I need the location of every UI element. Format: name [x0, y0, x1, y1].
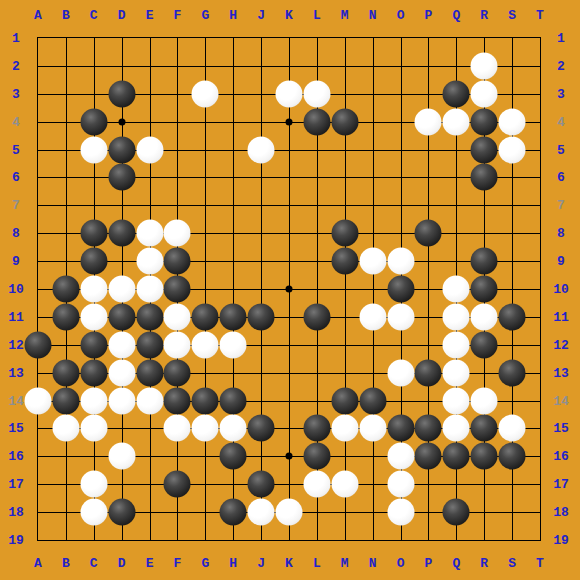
black-stone — [303, 415, 330, 442]
white-stone — [499, 136, 526, 163]
row-label: 19 — [553, 534, 569, 547]
column-label: Q — [452, 557, 460, 570]
white-stone — [443, 108, 470, 135]
black-stone — [415, 359, 442, 386]
row-label: 3 — [12, 87, 20, 100]
column-label: J — [257, 557, 265, 570]
white-stone — [387, 443, 414, 470]
white-stone — [471, 387, 498, 414]
white-stone — [25, 387, 52, 414]
column-label: D — [118, 557, 126, 570]
white-stone — [80, 303, 107, 330]
white-stone — [136, 136, 163, 163]
black-stone — [387, 415, 414, 442]
row-label: 13 — [553, 366, 569, 379]
black-stone — [471, 108, 498, 135]
column-label: G — [201, 9, 209, 22]
row-label: 1 — [12, 32, 20, 45]
black-stone — [415, 220, 442, 247]
star-point — [286, 453, 293, 460]
row-label: 3 — [557, 87, 565, 100]
black-stone — [220, 387, 247, 414]
white-stone — [331, 415, 358, 442]
white-stone — [108, 276, 135, 303]
black-stone — [220, 443, 247, 470]
row-label: 2 — [12, 59, 20, 72]
row-label: 12 — [8, 338, 24, 351]
white-stone — [80, 136, 107, 163]
row-label: 8 — [12, 227, 20, 240]
black-stone — [499, 303, 526, 330]
row-label: 8 — [557, 227, 565, 240]
black-stone — [387, 276, 414, 303]
white-stone — [52, 415, 79, 442]
black-stone — [52, 276, 79, 303]
row-label: 14 — [8, 394, 24, 407]
white-stone — [387, 248, 414, 275]
black-stone — [303, 108, 330, 135]
white-stone — [387, 303, 414, 330]
column-label: B — [62, 9, 70, 22]
black-stone — [220, 303, 247, 330]
white-stone — [443, 331, 470, 358]
black-stone — [136, 331, 163, 358]
black-stone — [443, 499, 470, 526]
white-stone — [443, 303, 470, 330]
column-label: G — [201, 557, 209, 570]
black-stone — [248, 471, 275, 498]
black-stone — [415, 443, 442, 470]
column-label: O — [397, 557, 405, 570]
column-label: M — [341, 557, 349, 570]
row-label: 9 — [557, 255, 565, 268]
star-point — [286, 118, 293, 125]
column-label: H — [229, 557, 237, 570]
black-stone — [108, 220, 135, 247]
black-stone — [331, 248, 358, 275]
black-stone — [108, 136, 135, 163]
column-label: N — [369, 9, 377, 22]
row-label: 10 — [553, 283, 569, 296]
white-stone — [499, 415, 526, 442]
grid-line — [373, 38, 374, 540]
column-label: T — [536, 9, 544, 22]
white-stone — [80, 471, 107, 498]
column-label: K — [285, 557, 293, 570]
column-label: E — [146, 557, 154, 570]
white-stone — [359, 303, 386, 330]
white-stone — [415, 108, 442, 135]
white-stone — [164, 415, 191, 442]
column-label: L — [313, 557, 321, 570]
white-stone — [443, 276, 470, 303]
white-stone — [303, 80, 330, 107]
column-label: T — [536, 557, 544, 570]
white-stone — [387, 359, 414, 386]
white-stone — [443, 415, 470, 442]
black-stone — [331, 220, 358, 247]
star-point — [286, 286, 293, 293]
row-label: 15 — [8, 422, 24, 435]
white-stone — [248, 499, 275, 526]
row-label: 18 — [553, 506, 569, 519]
white-stone — [164, 331, 191, 358]
black-stone — [303, 443, 330, 470]
black-stone — [359, 387, 386, 414]
black-stone — [164, 359, 191, 386]
white-stone — [80, 499, 107, 526]
column-label: J — [257, 9, 265, 22]
column-label: S — [508, 9, 516, 22]
row-label: 6 — [12, 171, 20, 184]
white-stone — [136, 276, 163, 303]
black-stone — [331, 387, 358, 414]
black-stone — [136, 359, 163, 386]
row-label: 14 — [553, 394, 569, 407]
row-label: 19 — [8, 534, 24, 547]
row-label: 7 — [557, 199, 565, 212]
white-stone — [387, 499, 414, 526]
white-stone — [192, 80, 219, 107]
black-stone — [164, 471, 191, 498]
row-label: 15 — [553, 422, 569, 435]
white-stone — [136, 387, 163, 414]
column-label: C — [90, 9, 98, 22]
row-label: 11 — [553, 310, 569, 323]
white-stone — [443, 387, 470, 414]
black-stone — [220, 499, 247, 526]
row-label: 4 — [12, 115, 20, 128]
go-board-screen: ABCDEFGHJKLMNOPQRST ABCDEFGHJKLMNOPQRST … — [0, 0, 580, 580]
row-label: 10 — [8, 283, 24, 296]
white-stone — [108, 443, 135, 470]
row-label: 18 — [8, 506, 24, 519]
grid-line — [38, 484, 540, 485]
white-stone — [220, 415, 247, 442]
row-label: 16 — [8, 450, 24, 463]
white-stone — [276, 80, 303, 107]
white-stone — [359, 415, 386, 442]
column-label: H — [229, 9, 237, 22]
column-label: R — [480, 9, 488, 22]
black-stone — [471, 136, 498, 163]
black-stone — [80, 108, 107, 135]
row-label: 9 — [12, 255, 20, 268]
black-stone — [52, 359, 79, 386]
white-stone — [471, 80, 498, 107]
column-label: P — [425, 557, 433, 570]
white-stone — [387, 471, 414, 498]
black-stone — [443, 80, 470, 107]
black-stone — [108, 164, 135, 191]
black-stone — [331, 108, 358, 135]
black-stone — [192, 303, 219, 330]
row-label: 5 — [12, 143, 20, 156]
black-stone — [471, 276, 498, 303]
black-stone — [80, 248, 107, 275]
row-label: 6 — [557, 171, 565, 184]
black-stone — [471, 164, 498, 191]
white-stone — [108, 387, 135, 414]
row-label: 7 — [12, 199, 20, 212]
white-stone — [443, 359, 470, 386]
column-label: Q — [452, 9, 460, 22]
column-label: S — [508, 557, 516, 570]
black-stone — [80, 359, 107, 386]
white-stone — [471, 303, 498, 330]
column-label: N — [369, 557, 377, 570]
white-stone — [331, 471, 358, 498]
white-stone — [136, 220, 163, 247]
black-stone — [136, 303, 163, 330]
column-label: B — [62, 557, 70, 570]
row-label: 17 — [553, 478, 569, 491]
column-label: L — [313, 9, 321, 22]
black-stone — [471, 248, 498, 275]
column-label: D — [118, 9, 126, 22]
black-stone — [443, 443, 470, 470]
white-stone — [80, 276, 107, 303]
column-label: P — [425, 9, 433, 22]
row-label: 2 — [557, 59, 565, 72]
row-label: 16 — [553, 450, 569, 463]
white-stone — [108, 359, 135, 386]
row-label: 4 — [557, 115, 565, 128]
black-stone — [248, 415, 275, 442]
column-label: A — [34, 9, 42, 22]
white-stone — [499, 108, 526, 135]
column-label: M — [341, 9, 349, 22]
column-label: F — [174, 9, 182, 22]
white-stone — [136, 248, 163, 275]
black-stone — [415, 415, 442, 442]
white-stone — [164, 220, 191, 247]
row-label: 5 — [557, 143, 565, 156]
black-stone — [164, 248, 191, 275]
white-stone — [192, 331, 219, 358]
column-label: A — [34, 557, 42, 570]
column-label: K — [285, 9, 293, 22]
black-stone — [499, 443, 526, 470]
black-stone — [108, 80, 135, 107]
black-stone — [80, 220, 107, 247]
column-label: E — [146, 9, 154, 22]
black-stone — [471, 443, 498, 470]
black-stone — [108, 303, 135, 330]
column-label: O — [397, 9, 405, 22]
white-stone — [80, 415, 107, 442]
black-stone — [248, 303, 275, 330]
white-stone — [248, 136, 275, 163]
column-label: R — [480, 557, 488, 570]
white-stone — [276, 499, 303, 526]
row-label: 12 — [553, 338, 569, 351]
star-point — [118, 118, 125, 125]
black-stone — [192, 387, 219, 414]
white-stone — [359, 248, 386, 275]
black-stone — [499, 359, 526, 386]
row-label: 17 — [8, 478, 24, 491]
white-stone — [471, 52, 498, 79]
row-label: 1 — [557, 32, 565, 45]
black-stone — [52, 387, 79, 414]
white-stone — [303, 471, 330, 498]
black-stone — [471, 331, 498, 358]
black-stone — [164, 387, 191, 414]
black-stone — [303, 303, 330, 330]
black-stone — [108, 499, 135, 526]
black-stone — [52, 303, 79, 330]
white-stone — [108, 331, 135, 358]
white-stone — [220, 331, 247, 358]
black-stone — [25, 331, 52, 358]
white-stone — [192, 415, 219, 442]
black-stone — [471, 415, 498, 442]
black-stone — [164, 276, 191, 303]
black-stone — [80, 331, 107, 358]
white-stone — [80, 387, 107, 414]
column-label: F — [174, 557, 182, 570]
row-label: 11 — [8, 310, 24, 323]
row-label: 13 — [8, 366, 24, 379]
column-label: C — [90, 557, 98, 570]
white-stone — [164, 303, 191, 330]
